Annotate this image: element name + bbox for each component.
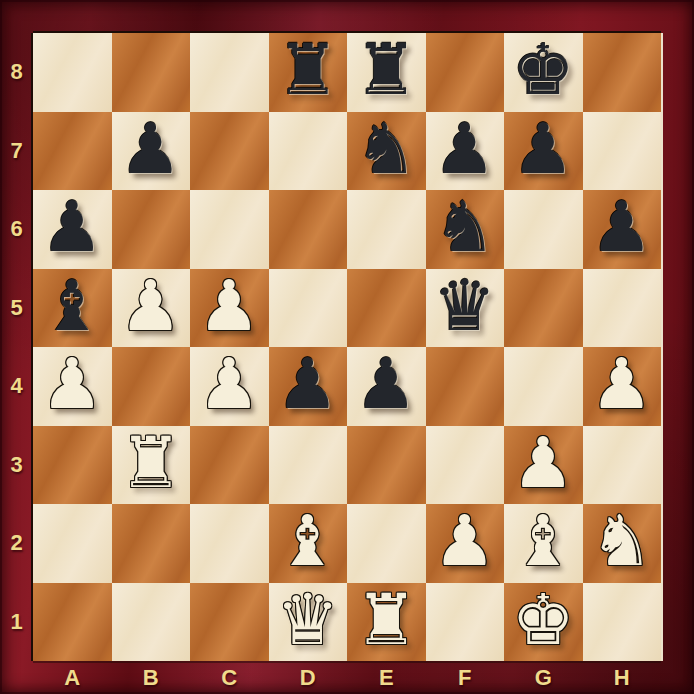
chessboard-frame: 87654321 ♜♜♚♟♞♟♟♟♞♟♝♟♟♛♟♟♟♟♟♜♟♝♟♝♞♛♜♚ AB… [0, 0, 694, 694]
chess-board: ♜♜♚♟♞♟♟♟♞♟♝♟♟♛♟♟♟♟♟♜♟♝♟♝♞♛♜♚ [33, 33, 661, 661]
piece-black-rook[interactable]: ♜ [355, 31, 418, 109]
square-d4[interactable]: ♟ [269, 347, 348, 426]
rank-labels: 87654321 [0, 33, 33, 661]
square-h3[interactable] [583, 426, 662, 505]
square-h1[interactable] [583, 583, 662, 662]
square-f8[interactable] [426, 33, 505, 112]
square-c4[interactable]: ♟ [190, 347, 269, 426]
piece-white-pawn[interactable]: ♟ [433, 502, 496, 580]
square-e8[interactable]: ♜ [347, 33, 426, 112]
square-b3[interactable]: ♜ [112, 426, 191, 505]
square-e5[interactable] [347, 269, 426, 348]
piece-black-pawn[interactable]: ♟ [41, 188, 104, 266]
square-g6[interactable] [504, 190, 583, 269]
square-d2[interactable]: ♝ [269, 504, 348, 583]
square-a1[interactable] [33, 583, 112, 662]
square-b7[interactable]: ♟ [112, 112, 191, 191]
piece-white-rook[interactable]: ♜ [119, 424, 182, 502]
square-b2[interactable] [112, 504, 191, 583]
square-h5[interactable] [583, 269, 662, 348]
square-a2[interactable] [33, 504, 112, 583]
file-label-g: G [535, 665, 552, 691]
piece-white-pawn[interactable]: ♟ [512, 424, 575, 502]
piece-white-rook[interactable]: ♜ [355, 581, 418, 659]
file-labels: ABCDEFGH [33, 661, 661, 694]
file-label-f: F [458, 665, 471, 691]
square-f4[interactable] [426, 347, 505, 426]
square-h7[interactable] [583, 112, 662, 191]
square-a7[interactable] [33, 112, 112, 191]
piece-white-king[interactable]: ♚ [512, 581, 575, 659]
piece-white-pawn[interactable]: ♟ [198, 345, 261, 423]
file-label-c: C [221, 665, 237, 691]
rank-label-7: 7 [10, 138, 22, 164]
square-c6[interactable] [190, 190, 269, 269]
piece-white-pawn[interactable]: ♟ [119, 267, 182, 345]
square-c3[interactable] [190, 426, 269, 505]
square-g8[interactable]: ♚ [504, 33, 583, 112]
rank-label-1: 1 [10, 609, 22, 635]
square-c1[interactable] [190, 583, 269, 662]
square-f7[interactable]: ♟ [426, 112, 505, 191]
square-g5[interactable] [504, 269, 583, 348]
square-f3[interactable] [426, 426, 505, 505]
piece-black-pawn[interactable]: ♟ [433, 110, 496, 188]
piece-black-pawn[interactable]: ♟ [512, 110, 575, 188]
rank-label-2: 2 [10, 530, 22, 556]
square-b5[interactable]: ♟ [112, 269, 191, 348]
file-label-e: E [379, 665, 394, 691]
square-g4[interactable] [504, 347, 583, 426]
square-e4[interactable]: ♟ [347, 347, 426, 426]
square-d7[interactable] [269, 112, 348, 191]
square-d6[interactable] [269, 190, 348, 269]
rank-label-8: 8 [10, 59, 22, 85]
square-a4[interactable]: ♟ [33, 347, 112, 426]
piece-black-knight[interactable]: ♞ [433, 188, 496, 266]
piece-black-queen[interactable]: ♛ [433, 267, 496, 345]
square-d3[interactable] [269, 426, 348, 505]
square-f1[interactable] [426, 583, 505, 662]
piece-white-pawn[interactable]: ♟ [590, 345, 653, 423]
rank-label-6: 6 [10, 216, 22, 242]
square-h2[interactable]: ♞ [583, 504, 662, 583]
square-c8[interactable] [190, 33, 269, 112]
piece-black-pawn[interactable]: ♟ [590, 188, 653, 266]
square-g7[interactable]: ♟ [504, 112, 583, 191]
square-a3[interactable] [33, 426, 112, 505]
square-g1[interactable]: ♚ [504, 583, 583, 662]
piece-black-knight[interactable]: ♞ [355, 110, 418, 188]
square-e7[interactable]: ♞ [347, 112, 426, 191]
square-g2[interactable]: ♝ [504, 504, 583, 583]
square-e2[interactable] [347, 504, 426, 583]
file-label-a: A [64, 665, 80, 691]
piece-white-bishop[interactable]: ♝ [512, 502, 575, 580]
square-a5[interactable]: ♝ [33, 269, 112, 348]
square-f5[interactable]: ♛ [426, 269, 505, 348]
piece-black-king[interactable]: ♚ [512, 31, 575, 109]
piece-white-knight[interactable]: ♞ [590, 502, 653, 580]
rank-label-5: 5 [10, 295, 22, 321]
square-e1[interactable]: ♜ [347, 583, 426, 662]
square-e6[interactable] [347, 190, 426, 269]
square-h8[interactable] [583, 33, 662, 112]
piece-white-pawn[interactable]: ♟ [41, 345, 104, 423]
square-a6[interactable]: ♟ [33, 190, 112, 269]
square-c5[interactable]: ♟ [190, 269, 269, 348]
square-c7[interactable] [190, 112, 269, 191]
square-h4[interactable]: ♟ [583, 347, 662, 426]
square-b8[interactable] [112, 33, 191, 112]
square-a8[interactable] [33, 33, 112, 112]
square-f6[interactable]: ♞ [426, 190, 505, 269]
square-b1[interactable] [112, 583, 191, 662]
square-h6[interactable]: ♟ [583, 190, 662, 269]
square-g3[interactable]: ♟ [504, 426, 583, 505]
piece-white-bishop[interactable]: ♝ [276, 502, 339, 580]
rank-label-3: 3 [10, 452, 22, 478]
square-b6[interactable] [112, 190, 191, 269]
file-label-b: B [143, 665, 159, 691]
piece-black-pawn[interactable]: ♟ [119, 110, 182, 188]
piece-white-pawn[interactable]: ♟ [198, 267, 261, 345]
square-c2[interactable] [190, 504, 269, 583]
square-e3[interactable] [347, 426, 426, 505]
square-d5[interactable] [269, 269, 348, 348]
square-d8[interactable]: ♜ [269, 33, 348, 112]
rank-label-4: 4 [10, 373, 22, 399]
piece-white-queen[interactable]: ♛ [276, 581, 339, 659]
file-label-d: D [300, 665, 316, 691]
piece-black-pawn[interactable]: ♟ [355, 345, 418, 423]
square-d1[interactable]: ♛ [269, 583, 348, 662]
piece-black-bishop[interactable]: ♝ [41, 267, 104, 345]
piece-black-pawn[interactable]: ♟ [276, 345, 339, 423]
square-b4[interactable] [112, 347, 191, 426]
square-f2[interactable]: ♟ [426, 504, 505, 583]
file-label-h: H [614, 665, 630, 691]
piece-black-rook[interactable]: ♜ [276, 31, 339, 109]
